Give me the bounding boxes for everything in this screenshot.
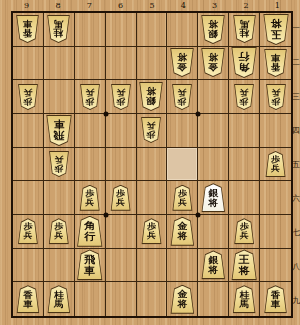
rank-label-8: 八 [292,250,300,284]
file-label-6: 6 [105,0,136,11]
piece-kanji: 兵 [23,88,32,96]
square-3h[interactable]: 銀将 [198,249,229,283]
square-2d[interactable] [229,114,260,148]
square-5c[interactable]: 銀将 [137,80,168,114]
square-1c[interactable]: 歩兵 [260,80,291,114]
piece-kanji: 兵 [178,88,187,96]
square-4a[interactable] [167,13,198,47]
piece-pawn-2g[interactable]: 歩兵 [233,218,255,244]
piece-kanji: 兵 [240,88,249,96]
square-4b[interactable]: 金将 [167,47,198,81]
piece-pawn-5g[interactable]: 歩兵 [140,218,162,244]
rank-label-9: 九 [292,284,300,318]
piece-pawn-1e[interactable]: 歩兵 [265,151,287,177]
square-1g[interactable] [260,215,291,249]
piece-kanji: 香 [23,290,33,299]
hoshi-dot-3 [103,213,108,218]
square-5g[interactable]: 歩兵 [137,215,168,249]
piece-face: 銀将 [201,184,225,211]
piece-kanji: 馬 [54,300,64,309]
square-7g[interactable]: 角行 [75,215,106,249]
square-5f[interactable] [137,181,168,215]
file-label-1: 1 [262,0,293,11]
piece-face: 歩兵 [141,118,161,142]
square-8f[interactable] [44,181,75,215]
hoshi-dot-2 [196,111,201,116]
piece-face: 歩兵 [266,85,286,109]
piece-kanji: 馬 [239,300,249,309]
square-2b[interactable]: 角行 [229,47,260,81]
square-9f[interactable] [13,181,44,215]
file-label-3: 3 [199,0,230,11]
square-6e[interactable] [106,148,137,182]
square-8g[interactable]: 歩兵 [44,215,75,249]
piece-kanji: 兵 [54,232,63,240]
rank-label-5: 五 [292,147,300,181]
piece-kanji: 飛 [53,131,64,141]
piece-king-2h[interactable]: 王将 [230,249,258,280]
piece-pawn-6c[interactable]: 歩兵 [110,84,132,110]
piece-gold-4b[interactable]: 金将 [169,48,195,77]
square-4g[interactable]: 金将 [167,215,198,249]
piece-kanji: 歩 [116,97,125,105]
piece-face: 香車 [264,286,287,312]
piece-pawn-1c[interactable]: 歩兵 [265,84,287,110]
square-9i[interactable]: 香車 [13,282,44,316]
piece-rook-8d[interactable]: 飛車 [45,115,73,146]
square-7e[interactable] [75,148,106,182]
piece-kanji: 将 [177,232,187,241]
piece-kanji: 香 [271,290,281,299]
piece-kanji: 桂 [54,30,64,39]
piece-pawn-5d[interactable]: 歩兵 [140,117,162,143]
piece-kanji: 車 [23,300,33,309]
rank-label-1: 一 [292,11,300,45]
square-5i[interactable] [137,282,168,316]
piece-kanji: 兵 [271,88,280,96]
piece-pawn-7f[interactable]: 歩兵 [79,185,101,211]
piece-silver-5c[interactable]: 銀将 [138,82,164,111]
piece-kanji: 金 [177,290,187,299]
square-7a[interactable] [75,13,106,47]
piece-kanji: 将 [208,265,218,274]
square-9d[interactable] [13,114,44,148]
piece-kanji: 馬 [54,20,64,29]
square-2i[interactable]: 桂馬 [229,282,260,316]
piece-kanji: 行 [84,232,95,242]
piece-face: 歩兵 [18,219,38,243]
piece-gold-4g[interactable]: 金将 [169,217,195,246]
piece-kanji: 歩 [178,189,187,197]
piece-kanji: 行 [239,52,250,62]
piece-kanji: 車 [23,20,33,29]
piece-kanji: 銀 [146,97,156,106]
square-4d[interactable] [167,114,198,148]
piece-kanji: 香 [271,63,281,72]
square-4c[interactable]: 歩兵 [167,80,198,114]
piece-bishop-7g[interactable]: 角行 [76,216,104,247]
piece-knight-8a[interactable]: 桂馬 [46,15,71,43]
square-9b[interactable] [13,47,44,81]
piece-face: 香車 [16,286,39,312]
piece-face: 歩兵 [111,85,131,109]
piece-king-1a[interactable]: 玉将 [262,14,290,45]
square-5d[interactable]: 歩兵 [137,114,168,148]
file-labels: 987654321 [11,0,293,11]
square-6h[interactable] [106,249,137,283]
square-9h[interactable] [13,249,44,283]
square-3g[interactable] [198,215,229,249]
piece-pawn-4f[interactable]: 歩兵 [171,185,193,211]
square-9c[interactable]: 歩兵 [13,80,44,114]
square-4f[interactable]: 歩兵 [167,181,198,215]
piece-face: 香車 [16,16,39,42]
piece-kanji: 角 [84,221,95,231]
piece-kanji: 歩 [147,131,156,139]
piece-kanji: 将 [208,53,218,62]
piece-face: 歩兵 [49,152,69,176]
square-8b[interactable] [44,47,75,81]
piece-kanji: 桂 [239,290,249,299]
square-8h[interactable] [44,249,75,283]
square-6a[interactable] [106,13,137,47]
piece-face: 歩兵 [49,219,69,243]
square-1a[interactable]: 玉将 [260,13,291,47]
piece-bishop-2b[interactable]: 角行 [230,47,258,78]
piece-kanji: 将 [239,265,250,275]
piece-kanji: 将 [208,20,218,29]
piece-knight-2i[interactable]: 桂馬 [232,285,257,313]
piece-kanji: 兵 [23,232,32,240]
square-8e[interactable]: 歩兵 [44,148,75,182]
piece-kanji: 歩 [54,164,63,172]
hoshi-dot-1 [103,111,108,116]
piece-kanji: 桂 [239,30,249,39]
square-6c[interactable]: 歩兵 [106,80,137,114]
piece-kanji: 車 [271,300,281,309]
square-7d[interactable] [75,114,106,148]
shogi-board: 987654321 一二三四五六七八九 香車桂馬銀将桂馬玉将金将金将角行香車歩兵… [0,0,300,325]
piece-pawn-6f[interactable]: 歩兵 [110,185,132,211]
square-6b[interactable] [106,47,137,81]
piece-kanji: 歩 [116,189,125,197]
piece-kanji: 金 [177,63,187,72]
square-5a[interactable] [137,13,168,47]
piece-pawn-2c[interactable]: 歩兵 [233,84,255,110]
square-3f[interactable]: 銀将 [198,181,229,215]
rank-label-3: 三 [292,79,300,113]
square-3d[interactable] [198,114,229,148]
piece-kanji: 王 [239,254,250,264]
square-8d[interactable]: 飛車 [44,114,75,148]
board-grid: 香車桂馬銀将桂馬玉将金将金将角行香車歩兵歩兵歩兵銀将歩兵歩兵歩兵飛車歩兵歩兵歩兵… [11,11,293,318]
piece-kanji: 歩 [240,97,249,105]
piece-face: 桂馬 [47,16,70,42]
piece-kanji: 銀 [208,30,218,39]
square-8i[interactable]: 桂馬 [44,282,75,316]
square-7c[interactable]: 歩兵 [75,80,106,114]
square-5b[interactable] [137,47,168,81]
rank-label-7: 七 [292,216,300,250]
piece-face: 銀将 [201,16,225,43]
piece-face: 金将 [170,218,194,245]
piece-face: 桂馬 [233,16,256,42]
piece-kanji: 兵 [147,122,156,130]
piece-silver-3f[interactable]: 銀将 [200,183,226,212]
piece-kanji: 銀 [208,255,218,264]
piece-pawn-8e[interactable]: 歩兵 [48,151,70,177]
square-6d[interactable] [106,114,137,148]
piece-face: 歩兵 [80,85,100,109]
piece-face: 歩兵 [111,186,131,210]
piece-kanji: 兵 [116,88,125,96]
rank-label-4: 四 [292,113,300,147]
piece-face: 歩兵 [172,85,192,109]
piece-kanji: 将 [177,53,187,62]
piece-silver-3a[interactable]: 銀将 [200,15,226,44]
file-label-7: 7 [74,0,105,11]
rank-label-2: 二 [292,45,300,79]
piece-face: 飛車 [77,250,103,279]
piece-rook-7h[interactable]: 飛車 [76,249,104,280]
piece-knight-8i[interactable]: 桂馬 [46,285,71,313]
piece-face: 金将 [170,286,194,313]
piece-knight-2a[interactable]: 桂馬 [232,15,257,43]
square-4i[interactable]: 金将 [167,282,198,316]
piece-kanji: 将 [146,87,156,96]
square-6i[interactable] [106,282,137,316]
piece-pawn-4c[interactable]: 歩兵 [171,84,193,110]
square-9e[interactable] [13,148,44,182]
piece-face: 桂馬 [233,286,256,312]
square-8a[interactable]: 桂馬 [44,13,75,47]
piece-kanji: 車 [53,120,64,130]
piece-kanji: 角 [239,63,250,73]
piece-kanji: 兵 [54,155,63,163]
piece-face: 歩兵 [172,186,192,210]
piece-pawn-9c[interactable]: 歩兵 [17,84,39,110]
piece-kanji: 馬 [239,20,249,29]
piece-lance-1b[interactable]: 香車 [263,49,288,77]
piece-face: 歩兵 [234,85,254,109]
piece-face: 歩兵 [266,152,286,176]
rank-label-6: 六 [292,182,300,216]
piece-kanji: 兵 [178,198,187,206]
piece-kanji: 歩 [85,189,94,197]
piece-gold-4i[interactable]: 金将 [169,285,195,314]
piece-kanji: 歩 [23,97,32,105]
square-9g[interactable]: 歩兵 [13,215,44,249]
piece-kanji: 歩 [271,97,280,105]
piece-kanji: 兵 [271,164,280,172]
piece-face: 銀将 [201,251,225,278]
square-3i[interactable] [198,282,229,316]
square-4h[interactable] [167,249,198,283]
square-7h[interactable]: 飛車 [75,249,106,283]
piece-face: 王将 [231,250,257,279]
square-1b[interactable]: 香車 [260,47,291,81]
piece-kanji: 銀 [208,188,218,197]
square-3b[interactable]: 金将 [198,47,229,81]
piece-kanji: 歩 [178,97,187,105]
piece-silver-3h[interactable]: 銀将 [200,250,226,279]
square-3c[interactable] [198,80,229,114]
square-8c[interactable] [44,80,75,114]
piece-kanji: 兵 [85,88,94,96]
square-1h[interactable] [260,249,291,283]
piece-face: 玉将 [263,15,289,44]
piece-kanji: 兵 [116,198,125,206]
file-label-5: 5 [136,0,167,11]
piece-face: 歩兵 [141,219,161,243]
piece-kanji: 飛 [84,254,95,264]
square-3a[interactable]: 銀将 [198,13,229,47]
square-1d[interactable] [260,114,291,148]
square-2f[interactable] [229,181,260,215]
piece-face: 桂馬 [47,286,70,312]
piece-kanji: 車 [271,54,281,63]
piece-kanji: 玉 [270,30,281,40]
square-7f[interactable]: 歩兵 [75,181,106,215]
piece-gold-3b[interactable]: 金将 [200,48,226,77]
piece-kanji: 金 [208,63,218,72]
piece-kanji: 桂 [54,290,64,299]
piece-kanji: 将 [270,19,281,29]
hoshi-dot-4 [196,213,201,218]
square-5e[interactable] [137,148,168,182]
square-2h[interactable]: 王将 [229,249,260,283]
square-4e[interactable] [167,148,198,182]
piece-face: 歩兵 [80,186,100,210]
piece-face: 金将 [201,49,225,76]
square-7i[interactable] [75,282,106,316]
file-label-9: 9 [11,0,42,11]
piece-pawn-9g[interactable]: 歩兵 [17,218,39,244]
piece-kanji: 兵 [85,198,94,206]
piece-lance-9a[interactable]: 香車 [15,15,40,43]
square-6g[interactable] [106,215,137,249]
piece-face: 角行 [231,48,257,77]
square-6f[interactable]: 歩兵 [106,181,137,215]
piece-pawn-8g[interactable]: 歩兵 [48,218,70,244]
piece-kanji: 歩 [85,97,94,105]
piece-face: 飛車 [46,116,72,145]
rank-labels: 一二三四五六七八九 [292,11,300,318]
square-5h[interactable] [137,249,168,283]
piece-kanji: 将 [208,198,218,207]
piece-face: 歩兵 [234,219,254,243]
square-2g[interactable]: 歩兵 [229,215,260,249]
square-3e[interactable] [198,148,229,182]
piece-face: 香車 [264,50,287,76]
piece-face: 角行 [77,217,103,246]
square-2e[interactable] [229,148,260,182]
piece-kanji: 兵 [240,232,249,240]
piece-pawn-7c[interactable]: 歩兵 [79,84,101,110]
file-label-2: 2 [230,0,261,11]
square-1i[interactable]: 香車 [260,282,291,316]
square-1f[interactable] [260,181,291,215]
piece-face: 金将 [170,49,194,76]
piece-lance-9i[interactable]: 香車 [15,285,40,313]
piece-kanji: 将 [177,300,187,309]
square-1e[interactable]: 歩兵 [260,148,291,182]
piece-face: 銀将 [139,83,163,110]
piece-kanji: 車 [84,265,95,275]
piece-face: 歩兵 [18,85,38,109]
piece-lance-1i[interactable]: 香車 [263,285,288,313]
square-2c[interactable]: 歩兵 [229,80,260,114]
piece-kanji: 兵 [147,232,156,240]
file-label-4: 4 [168,0,199,11]
piece-kanji: 歩 [271,155,280,163]
file-label-8: 8 [42,0,73,11]
square-2a[interactable]: 桂馬 [229,13,260,47]
square-7b[interactable] [75,47,106,81]
square-9a[interactable]: 香車 [13,13,44,47]
piece-kanji: 香 [23,30,33,39]
